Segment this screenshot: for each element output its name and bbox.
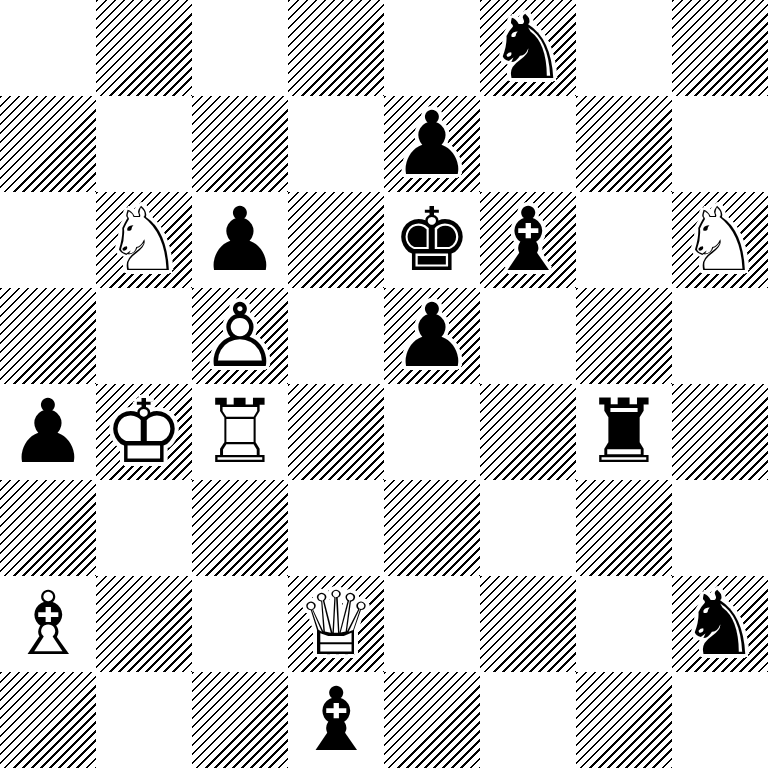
black-bishop-glyph: ♝ <box>489 192 568 288</box>
square-a8[interactable] <box>0 0 96 96</box>
black-king-piece[interactable]: ♚ <box>384 192 480 288</box>
square-b7[interactable] <box>96 96 192 192</box>
black-king-glyph: ♚ <box>393 192 472 288</box>
white-bishop-outline-layer: ♗ <box>9 576 88 672</box>
black-pawn-glyph: ♟ <box>201 192 280 288</box>
square-e2[interactable] <box>384 576 480 672</box>
square-h3[interactable] <box>672 480 768 576</box>
black-pawn-piece[interactable]: ♟ <box>192 192 288 288</box>
black-bishop-piece[interactable]: ♝ <box>288 672 384 768</box>
square-f7[interactable] <box>480 96 576 192</box>
black-pawn-piece[interactable]: ♟ <box>384 288 480 384</box>
black-bishop-glyph: ♝ <box>297 672 376 768</box>
square-f1[interactable] <box>480 672 576 768</box>
square-e6[interactable]: ♚ <box>384 192 480 288</box>
square-d4[interactable] <box>288 384 384 480</box>
square-d3[interactable] <box>288 480 384 576</box>
black-pawn-piece[interactable]: ♟ <box>384 96 480 192</box>
square-d6[interactable] <box>288 192 384 288</box>
square-e7[interactable]: ♟ <box>384 96 480 192</box>
square-a3[interactable] <box>0 480 96 576</box>
white-rook-outline-layer: ♖ <box>201 384 280 480</box>
square-a7[interactable] <box>0 96 96 192</box>
square-g8[interactable] <box>576 0 672 96</box>
square-f8[interactable]: ♞ <box>480 0 576 96</box>
black-pawn-glyph: ♟ <box>393 96 472 192</box>
square-c7[interactable] <box>192 96 288 192</box>
square-h8[interactable] <box>672 0 768 96</box>
square-b4[interactable]: ♚♔ <box>96 384 192 480</box>
square-h7[interactable] <box>672 96 768 192</box>
square-h1[interactable] <box>672 672 768 768</box>
white-pawn-outline-layer: ♙ <box>201 288 280 384</box>
square-a4[interactable]: ♟ <box>0 384 96 480</box>
square-b5[interactable] <box>96 288 192 384</box>
white-knight-outline-layer: ♘ <box>105 192 184 288</box>
square-b6[interactable]: ♞♘ <box>96 192 192 288</box>
black-pawn-glyph: ♟ <box>393 288 472 384</box>
square-g2[interactable] <box>576 576 672 672</box>
square-c2[interactable] <box>192 576 288 672</box>
square-c4[interactable]: ♜♖ <box>192 384 288 480</box>
square-h5[interactable] <box>672 288 768 384</box>
white-pawn-piece[interactable]: ♟♙ <box>192 288 288 384</box>
chess-board: ♞♟♞♘♟♚♝♞♘♟♙♟♟♚♔♜♖♜♝♗♛♕♞♝ <box>0 0 768 768</box>
square-b3[interactable] <box>96 480 192 576</box>
square-d7[interactable] <box>288 96 384 192</box>
white-king-piece[interactable]: ♚♔ <box>96 384 192 480</box>
square-g1[interactable] <box>576 672 672 768</box>
square-g6[interactable] <box>576 192 672 288</box>
square-h2[interactable]: ♞ <box>672 576 768 672</box>
square-b2[interactable] <box>96 576 192 672</box>
square-h6[interactable]: ♞♘ <box>672 192 768 288</box>
square-f6[interactable]: ♝ <box>480 192 576 288</box>
white-knight-piece[interactable]: ♞♘ <box>672 192 768 288</box>
black-rook-glyph: ♜ <box>585 384 664 480</box>
square-d2[interactable]: ♛♕ <box>288 576 384 672</box>
square-e1[interactable] <box>384 672 480 768</box>
square-f4[interactable] <box>480 384 576 480</box>
square-d1[interactable]: ♝ <box>288 672 384 768</box>
square-b8[interactable] <box>96 0 192 96</box>
white-king-outline-layer: ♔ <box>105 384 184 480</box>
square-g5[interactable] <box>576 288 672 384</box>
square-h4[interactable] <box>672 384 768 480</box>
square-g3[interactable] <box>576 480 672 576</box>
black-rook-piece[interactable]: ♜ <box>576 384 672 480</box>
square-c3[interactable] <box>192 480 288 576</box>
black-knight-piece[interactable]: ♞ <box>672 576 768 672</box>
square-a1[interactable] <box>0 672 96 768</box>
square-d8[interactable] <box>288 0 384 96</box>
square-e5[interactable]: ♟ <box>384 288 480 384</box>
white-rook-piece[interactable]: ♜♖ <box>192 384 288 480</box>
white-knight-piece[interactable]: ♞♘ <box>96 192 192 288</box>
square-c1[interactable] <box>192 672 288 768</box>
square-b1[interactable] <box>96 672 192 768</box>
square-f3[interactable] <box>480 480 576 576</box>
square-c8[interactable] <box>192 0 288 96</box>
square-f2[interactable] <box>480 576 576 672</box>
square-a2[interactable]: ♝♗ <box>0 576 96 672</box>
black-knight-glyph: ♞ <box>681 576 760 672</box>
black-pawn-glyph: ♟ <box>9 384 88 480</box>
square-e4[interactable] <box>384 384 480 480</box>
white-queen-piece[interactable]: ♛♕ <box>288 576 384 672</box>
square-f5[interactable] <box>480 288 576 384</box>
white-queen-outline-layer: ♕ <box>297 576 376 672</box>
square-e3[interactable] <box>384 480 480 576</box>
square-d5[interactable] <box>288 288 384 384</box>
square-a5[interactable] <box>0 288 96 384</box>
black-knight-piece[interactable]: ♞ <box>480 0 576 96</box>
square-g7[interactable] <box>576 96 672 192</box>
black-pawn-piece[interactable]: ♟ <box>0 384 96 480</box>
white-knight-outline-layer: ♘ <box>681 192 760 288</box>
square-e8[interactable] <box>384 0 480 96</box>
black-bishop-piece[interactable]: ♝ <box>480 192 576 288</box>
square-g4[interactable]: ♜ <box>576 384 672 480</box>
white-bishop-piece[interactable]: ♝♗ <box>0 576 96 672</box>
square-c5[interactable]: ♟♙ <box>192 288 288 384</box>
square-c6[interactable]: ♟ <box>192 192 288 288</box>
square-a6[interactable] <box>0 192 96 288</box>
black-knight-glyph: ♞ <box>489 0 568 96</box>
